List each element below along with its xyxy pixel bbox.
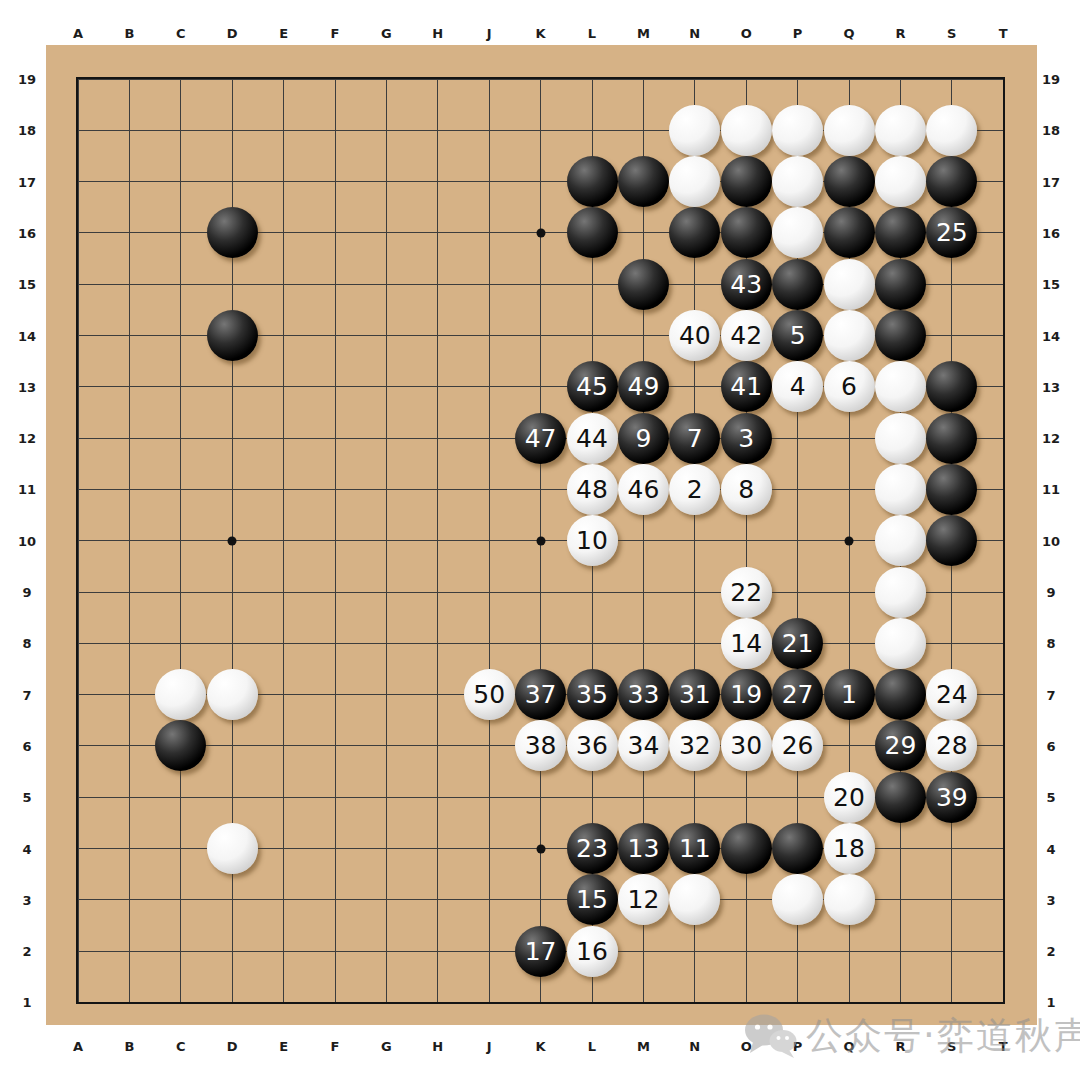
- star-point-K16: [536, 228, 545, 237]
- stone-R9[interactable]: [875, 567, 926, 618]
- star-point-Q10: [845, 536, 854, 545]
- col-label-top-N: N: [689, 26, 700, 41]
- stone-N18[interactable]: [669, 105, 720, 156]
- row-label-left-19: 19: [18, 72, 36, 87]
- stone-Q3[interactable]: [824, 874, 875, 925]
- stone-P17[interactable]: [772, 156, 823, 207]
- col-label-bottom-S: S: [947, 1039, 956, 1054]
- stone-O4[interactable]: [721, 823, 772, 874]
- stone-D7[interactable]: [207, 669, 258, 720]
- row-label-left-8: 8: [22, 636, 31, 651]
- row-label-right-3: 3: [1046, 892, 1055, 907]
- col-label-bottom-L: L: [588, 1039, 596, 1054]
- col-label-bottom-R: R: [895, 1039, 905, 1054]
- stone-L11-move-48[interactable]: 48: [567, 464, 618, 515]
- row-label-right-7: 7: [1046, 687, 1055, 702]
- stone-Q18[interactable]: [824, 105, 875, 156]
- col-label-bottom-O: O: [741, 1039, 752, 1054]
- stone-M12-move-9[interactable]: 9: [618, 413, 669, 464]
- col-label-top-C: C: [176, 26, 186, 41]
- stone-R8[interactable]: [875, 618, 926, 669]
- stone-J7-move-50[interactable]: 50: [464, 669, 515, 720]
- col-label-bottom-F: F: [331, 1039, 340, 1054]
- stone-Q15[interactable]: [824, 259, 875, 310]
- stone-K2-move-17[interactable]: 17: [515, 926, 566, 977]
- row-label-right-13: 13: [1042, 379, 1060, 394]
- stone-Q13-move-6[interactable]: 6: [824, 361, 875, 412]
- stone-Q16[interactable]: [824, 207, 875, 258]
- stone-R5[interactable]: [875, 772, 926, 823]
- stone-L16[interactable]: [567, 207, 618, 258]
- stone-R15[interactable]: [875, 259, 926, 310]
- stone-L12-move-44[interactable]: 44: [567, 413, 618, 464]
- row-label-right-4: 4: [1046, 841, 1055, 856]
- stone-M3-move-12[interactable]: 12: [618, 874, 669, 925]
- stone-S12[interactable]: [926, 413, 977, 464]
- stone-R7[interactable]: [875, 669, 926, 720]
- col-label-bottom-P: P: [793, 1039, 803, 1054]
- row-label-left-7: 7: [22, 687, 31, 702]
- stone-L17[interactable]: [567, 156, 618, 207]
- col-label-top-H: H: [432, 26, 443, 41]
- row-label-right-12: 12: [1042, 431, 1060, 446]
- stone-O18[interactable]: [721, 105, 772, 156]
- stone-Q7-move-1[interactable]: 1: [824, 669, 875, 720]
- stone-M6-move-34[interactable]: 34: [618, 720, 669, 771]
- col-label-top-F: F: [331, 26, 340, 41]
- row-label-right-15: 15: [1042, 277, 1060, 292]
- col-label-top-S: S: [947, 26, 956, 41]
- stone-D14[interactable]: [207, 310, 258, 361]
- stone-P7-move-27[interactable]: 27: [772, 669, 823, 720]
- stone-Q14[interactable]: [824, 310, 875, 361]
- row-label-left-9: 9: [22, 585, 31, 600]
- stone-O17[interactable]: [721, 156, 772, 207]
- stone-L13-move-45[interactable]: 45: [567, 361, 618, 412]
- stone-L7-move-35[interactable]: 35: [567, 669, 618, 720]
- col-label-bottom-D: D: [227, 1039, 238, 1054]
- stone-S11[interactable]: [926, 464, 977, 515]
- row-label-left-3: 3: [22, 892, 31, 907]
- stone-N14-move-40[interactable]: 40: [669, 310, 720, 361]
- stone-O8-move-14[interactable]: 14: [721, 618, 772, 669]
- col-label-top-E: E: [279, 26, 288, 41]
- stone-M13-move-49[interactable]: 49: [618, 361, 669, 412]
- stone-Q17[interactable]: [824, 156, 875, 207]
- stone-R16[interactable]: [875, 207, 926, 258]
- stone-Q4-move-18[interactable]: 18: [824, 823, 875, 874]
- row-label-right-6: 6: [1046, 738, 1055, 753]
- row-label-left-4: 4: [22, 841, 31, 856]
- col-label-top-G: G: [381, 26, 392, 41]
- stone-O7-move-19[interactable]: 19: [721, 669, 772, 720]
- row-label-right-2: 2: [1046, 944, 1055, 959]
- stone-N12-move-7[interactable]: 7: [669, 413, 720, 464]
- row-label-left-5: 5: [22, 790, 31, 805]
- stone-M15[interactable]: [618, 259, 669, 310]
- stone-M7-move-33[interactable]: 33: [618, 669, 669, 720]
- col-label-top-B: B: [124, 26, 134, 41]
- stone-Q5-move-20[interactable]: 20: [824, 772, 875, 823]
- col-label-top-D: D: [227, 26, 238, 41]
- star-point-K10: [536, 536, 545, 545]
- stone-L4-move-23[interactable]: 23: [567, 823, 618, 874]
- row-label-right-1: 1: [1046, 995, 1055, 1010]
- col-label-bottom-M: M: [637, 1039, 650, 1054]
- col-label-top-M: M: [637, 26, 650, 41]
- row-label-right-18: 18: [1042, 123, 1060, 138]
- row-label-left-18: 18: [18, 123, 36, 138]
- row-label-left-14: 14: [18, 328, 36, 343]
- row-label-left-11: 11: [18, 482, 36, 497]
- row-label-right-19: 19: [1042, 72, 1060, 87]
- stone-P8-move-21[interactable]: 21: [772, 618, 823, 669]
- col-label-top-P: P: [793, 26, 803, 41]
- stone-P4[interactable]: [772, 823, 823, 874]
- stone-P18[interactable]: [772, 105, 823, 156]
- stone-L3-move-15[interactable]: 15: [567, 874, 618, 925]
- stone-O13-move-41[interactable]: 41: [721, 361, 772, 412]
- stone-O9-move-22[interactable]: 22: [721, 567, 772, 618]
- col-label-top-J: J: [487, 26, 492, 41]
- stone-L10-move-10[interactable]: 10: [567, 515, 618, 566]
- stone-S18[interactable]: [926, 105, 977, 156]
- col-label-bottom-J: J: [487, 1039, 492, 1054]
- col-label-bottom-A: A: [73, 1039, 83, 1054]
- col-label-top-L: L: [588, 26, 596, 41]
- stone-R12[interactable]: [875, 413, 926, 464]
- stone-R11[interactable]: [875, 464, 926, 515]
- stone-P14-move-5[interactable]: 5: [772, 310, 823, 361]
- col-label-top-T: T: [999, 26, 1008, 41]
- stone-O14-move-42[interactable]: 42: [721, 310, 772, 361]
- row-label-right-5: 5: [1046, 790, 1055, 805]
- col-label-bottom-H: H: [432, 1039, 443, 1054]
- star-point-D10: [228, 536, 237, 545]
- row-label-right-17: 17: [1042, 174, 1060, 189]
- row-label-left-13: 13: [18, 379, 36, 394]
- stone-R17[interactable]: [875, 156, 926, 207]
- stone-P15[interactable]: [772, 259, 823, 310]
- stone-R6-move-29[interactable]: 29: [875, 720, 926, 771]
- stone-R18[interactable]: [875, 105, 926, 156]
- col-label-top-A: A: [73, 26, 83, 41]
- stone-N11-move-2[interactable]: 2: [669, 464, 720, 515]
- stone-R13[interactable]: [875, 361, 926, 412]
- col-label-top-R: R: [895, 26, 905, 41]
- row-label-right-10: 10: [1042, 533, 1060, 548]
- col-label-bottom-E: E: [279, 1039, 288, 1054]
- row-label-right-8: 8: [1046, 636, 1055, 651]
- col-label-bottom-B: B: [124, 1039, 134, 1054]
- col-label-top-K: K: [536, 26, 546, 41]
- row-label-left-15: 15: [18, 277, 36, 292]
- row-label-left-6: 6: [22, 738, 31, 753]
- stone-L2-move-16[interactable]: 16: [567, 926, 618, 977]
- col-label-bottom-T: T: [999, 1039, 1008, 1054]
- col-label-bottom-N: N: [689, 1039, 700, 1054]
- col-label-bottom-K: K: [536, 1039, 546, 1054]
- col-label-bottom-Q: Q: [843, 1039, 854, 1054]
- row-label-left-10: 10: [18, 533, 36, 548]
- row-label-right-11: 11: [1042, 482, 1060, 497]
- stone-D4[interactable]: [207, 823, 258, 874]
- stone-M17[interactable]: [618, 156, 669, 207]
- row-label-left-2: 2: [22, 944, 31, 959]
- row-label-right-9: 9: [1046, 585, 1055, 600]
- stone-N4-move-11[interactable]: 11: [669, 823, 720, 874]
- row-label-right-14: 14: [1042, 328, 1060, 343]
- stone-O12-move-3[interactable]: 3: [721, 413, 772, 464]
- stone-R10[interactable]: [875, 515, 926, 566]
- stone-O15-move-43[interactable]: 43: [721, 259, 772, 310]
- stone-M4-move-13[interactable]: 13: [618, 823, 669, 874]
- star-point-K4: [536, 844, 545, 853]
- stone-O6-move-30[interactable]: 30: [721, 720, 772, 771]
- row-label-left-17: 17: [18, 174, 36, 189]
- stone-L6-move-36[interactable]: 36: [567, 720, 618, 771]
- row-label-right-16: 16: [1042, 225, 1060, 240]
- row-label-left-16: 16: [18, 225, 36, 240]
- stone-O11-move-8[interactable]: 8: [721, 464, 772, 515]
- row-label-left-12: 12: [18, 431, 36, 446]
- stone-M11-move-46[interactable]: 46: [618, 464, 669, 515]
- stone-O16[interactable]: [721, 207, 772, 258]
- col-label-top-O: O: [741, 26, 752, 41]
- stone-S5-move-39[interactable]: 39: [926, 772, 977, 823]
- stone-K7-move-37[interactable]: 37: [515, 669, 566, 720]
- col-label-bottom-G: G: [381, 1039, 392, 1054]
- stone-R14[interactable]: [875, 310, 926, 361]
- stone-D16[interactable]: [207, 207, 258, 258]
- go-diagram-page: AABBCCDDEEFFGGHHJJKKLLMMNNOOPPQQRRSSTT19…: [0, 0, 1080, 1080]
- row-label-left-1: 1: [22, 995, 31, 1010]
- col-label-bottom-C: C: [176, 1039, 186, 1054]
- col-label-top-Q: Q: [843, 26, 854, 41]
- stone-K12-move-47[interactable]: 47: [515, 413, 566, 464]
